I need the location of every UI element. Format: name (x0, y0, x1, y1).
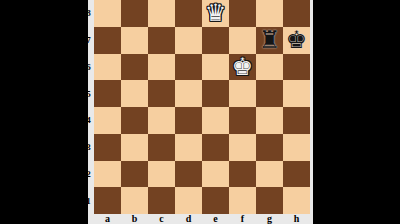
square-d6[interactable] (175, 54, 202, 81)
square-d4[interactable] (175, 107, 202, 134)
square-f1[interactable] (229, 187, 256, 214)
square-f8[interactable] (229, 0, 256, 27)
square-a2[interactable] (94, 161, 121, 188)
white-queen[interactable]: ♛ (202, 0, 229, 27)
file-labels: abcdefgh (94, 212, 310, 224)
square-b8[interactable] (121, 0, 148, 27)
square-b7[interactable] (121, 27, 148, 54)
square-b2[interactable] (121, 161, 148, 188)
square-h7[interactable]: ♚ (283, 27, 310, 54)
file-label-d: d (175, 212, 202, 224)
square-b6[interactable] (121, 54, 148, 81)
file-label-e: e (202, 212, 229, 224)
square-d2[interactable] (175, 161, 202, 188)
square-d1[interactable] (175, 187, 202, 214)
file-label-a: a (94, 212, 121, 224)
rank-label-2: 2 (84, 161, 93, 188)
square-f3[interactable] (229, 134, 256, 161)
square-d8[interactable] (175, 0, 202, 27)
square-e7[interactable] (202, 27, 229, 54)
square-g2[interactable] (256, 161, 283, 188)
square-h3[interactable] (283, 134, 310, 161)
square-e6[interactable] (202, 54, 229, 81)
square-e3[interactable] (202, 134, 229, 161)
rank-label-7: 7 (84, 27, 93, 54)
square-a6[interactable] (94, 54, 121, 81)
square-d7[interactable] (175, 27, 202, 54)
square-c6[interactable] (148, 54, 175, 81)
square-a1[interactable] (94, 187, 121, 214)
square-f5[interactable] (229, 80, 256, 107)
square-e5[interactable] (202, 80, 229, 107)
square-h6[interactable] (283, 54, 310, 81)
square-d5[interactable] (175, 80, 202, 107)
square-a7[interactable] (94, 27, 121, 54)
square-e1[interactable] (202, 187, 229, 214)
rank-label-3: 3 (84, 134, 93, 161)
white-king[interactable]: ♚ (229, 54, 256, 81)
rank-label-8: 8 (84, 0, 93, 27)
square-b1[interactable] (121, 187, 148, 214)
rank-labels: 87654321 (84, 0, 93, 214)
square-c3[interactable] (148, 134, 175, 161)
file-label-c: c (148, 212, 175, 224)
square-g3[interactable] (256, 134, 283, 161)
square-h5[interactable] (283, 80, 310, 107)
square-f4[interactable] (229, 107, 256, 134)
square-g6[interactable] (256, 54, 283, 81)
rank-label-6: 6 (84, 54, 93, 81)
square-e8[interactable]: ♛ (202, 0, 229, 27)
square-f6[interactable]: ♚ (229, 54, 256, 81)
square-c7[interactable] (148, 27, 175, 54)
square-e4[interactable] (202, 107, 229, 134)
square-c8[interactable] (148, 0, 175, 27)
square-g4[interactable] (256, 107, 283, 134)
square-a8[interactable] (94, 0, 121, 27)
square-b3[interactable] (121, 134, 148, 161)
square-f7[interactable] (229, 27, 256, 54)
square-h2[interactable] (283, 161, 310, 188)
square-f2[interactable] (229, 161, 256, 188)
file-label-g: g (256, 212, 283, 224)
file-label-f: f (229, 212, 256, 224)
square-h4[interactable] (283, 107, 310, 134)
square-e2[interactable] (202, 161, 229, 188)
black-king[interactable]: ♚ (283, 27, 310, 54)
square-c2[interactable] (148, 161, 175, 188)
square-b4[interactable] (121, 107, 148, 134)
rank-label-1: 1 (84, 187, 93, 214)
square-c5[interactable] (148, 80, 175, 107)
square-g8[interactable] (256, 0, 283, 27)
chess-board[interactable]: ♛♜♚♚ (94, 0, 310, 214)
square-h1[interactable] (283, 187, 310, 214)
square-h8[interactable] (283, 0, 310, 27)
square-g1[interactable] (256, 187, 283, 214)
square-g5[interactable] (256, 80, 283, 107)
square-g7[interactable]: ♜ (256, 27, 283, 54)
black-rook[interactable]: ♜ (256, 27, 283, 54)
square-d3[interactable] (175, 134, 202, 161)
rank-label-5: 5 (84, 80, 93, 107)
rank-label-4: 4 (84, 107, 93, 134)
square-a3[interactable] (94, 134, 121, 161)
file-label-b: b (121, 212, 148, 224)
square-c1[interactable] (148, 187, 175, 214)
square-c4[interactable] (148, 107, 175, 134)
square-a4[interactable] (94, 107, 121, 134)
file-label-h: h (283, 212, 310, 224)
square-b5[interactable] (121, 80, 148, 107)
square-a5[interactable] (94, 80, 121, 107)
